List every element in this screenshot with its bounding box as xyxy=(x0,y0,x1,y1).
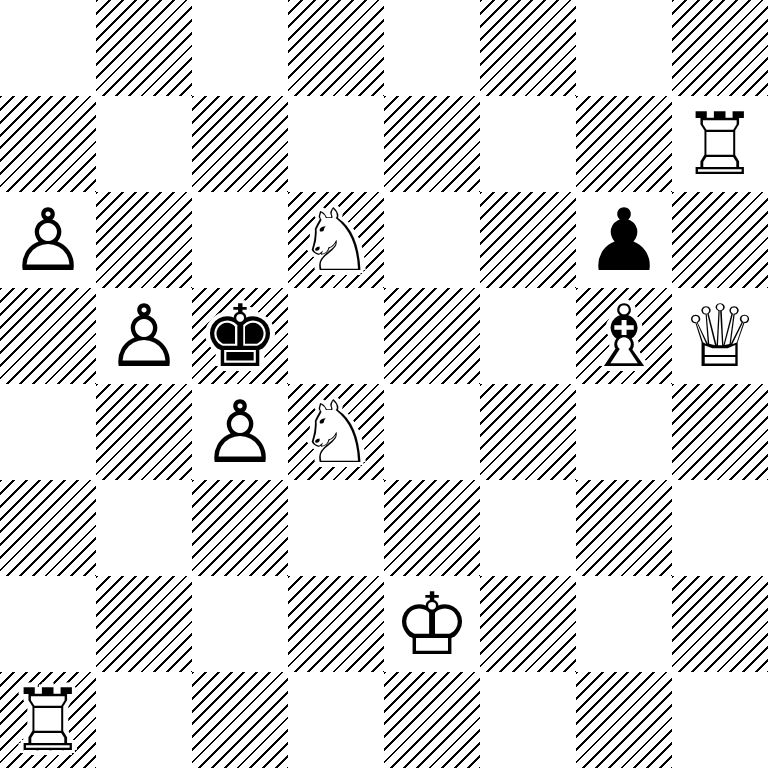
square-e1[interactable] xyxy=(384,672,480,768)
black-king[interactable]: ♚♚ xyxy=(192,288,288,384)
white-pawn-glyph: ♙ xyxy=(9,192,86,288)
chess-board-diagram: ♜♖♟♙♞♘♟♟♟♙♚♚♝♗♛♕♟♙♞♘♚♔♜♖ xyxy=(0,0,768,768)
square-b6[interactable] xyxy=(96,192,192,288)
square-c2[interactable] xyxy=(192,576,288,672)
square-g7[interactable] xyxy=(576,96,672,192)
square-h3[interactable] xyxy=(672,480,768,576)
square-a4[interactable] xyxy=(0,384,96,480)
square-c4[interactable]: ♟♙ xyxy=(192,384,288,480)
square-d4[interactable]: ♞♘ xyxy=(288,384,384,480)
white-pawn-glyph: ♙ xyxy=(105,288,182,384)
white-pawn[interactable]: ♟♙ xyxy=(192,384,288,480)
square-f4[interactable] xyxy=(480,384,576,480)
white-rook[interactable]: ♜♖ xyxy=(0,672,96,768)
square-g4[interactable] xyxy=(576,384,672,480)
square-c7[interactable] xyxy=(192,96,288,192)
white-knight-glyph: ♘ xyxy=(297,192,374,288)
square-b2[interactable] xyxy=(96,576,192,672)
square-a5[interactable] xyxy=(0,288,96,384)
white-knight[interactable]: ♞♘ xyxy=(288,192,384,288)
square-f3[interactable] xyxy=(480,480,576,576)
square-d3[interactable] xyxy=(288,480,384,576)
square-c8[interactable] xyxy=(192,0,288,96)
square-g2[interactable] xyxy=(576,576,672,672)
square-b1[interactable] xyxy=(96,672,192,768)
square-a7[interactable] xyxy=(0,96,96,192)
square-f5[interactable] xyxy=(480,288,576,384)
square-e8[interactable] xyxy=(384,0,480,96)
white-pawn[interactable]: ♟♙ xyxy=(0,192,96,288)
square-a2[interactable] xyxy=(0,576,96,672)
square-f2[interactable] xyxy=(480,576,576,672)
white-king[interactable]: ♚♔ xyxy=(384,576,480,672)
square-a1[interactable]: ♜♖ xyxy=(0,672,96,768)
square-g1[interactable] xyxy=(576,672,672,768)
square-g3[interactable] xyxy=(576,480,672,576)
square-g5[interactable]: ♝♗ xyxy=(576,288,672,384)
square-a3[interactable] xyxy=(0,480,96,576)
square-h1[interactable] xyxy=(672,672,768,768)
square-h8[interactable] xyxy=(672,0,768,96)
square-a6[interactable]: ♟♙ xyxy=(0,192,96,288)
square-h2[interactable] xyxy=(672,576,768,672)
white-rook[interactable]: ♜♖ xyxy=(672,96,768,192)
square-e7[interactable] xyxy=(384,96,480,192)
white-queen[interactable]: ♛♕ xyxy=(672,288,768,384)
square-d6[interactable]: ♞♘ xyxy=(288,192,384,288)
square-f8[interactable] xyxy=(480,0,576,96)
square-b5[interactable]: ♟♙ xyxy=(96,288,192,384)
white-rook-glyph: ♖ xyxy=(681,96,758,192)
square-h6[interactable] xyxy=(672,192,768,288)
square-d2[interactable] xyxy=(288,576,384,672)
square-b7[interactable] xyxy=(96,96,192,192)
square-h4[interactable] xyxy=(672,384,768,480)
square-e5[interactable] xyxy=(384,288,480,384)
square-e3[interactable] xyxy=(384,480,480,576)
white-bishop-glyph: ♗ xyxy=(585,288,662,384)
white-knight[interactable]: ♞♘ xyxy=(288,384,384,480)
square-g8[interactable] xyxy=(576,0,672,96)
square-e4[interactable] xyxy=(384,384,480,480)
square-d1[interactable] xyxy=(288,672,384,768)
square-h5[interactable]: ♛♕ xyxy=(672,288,768,384)
square-d5[interactable] xyxy=(288,288,384,384)
black-pawn[interactable]: ♟♟ xyxy=(576,192,672,288)
square-b3[interactable] xyxy=(96,480,192,576)
square-a8[interactable] xyxy=(0,0,96,96)
square-g6[interactable]: ♟♟ xyxy=(576,192,672,288)
chess-board: ♜♖♟♙♞♘♟♟♟♙♚♚♝♗♛♕♟♙♞♘♚♔♜♖ xyxy=(0,0,768,768)
white-queen-glyph: ♕ xyxy=(681,288,758,384)
white-pawn[interactable]: ♟♙ xyxy=(96,288,192,384)
square-f1[interactable] xyxy=(480,672,576,768)
square-h7[interactable]: ♜♖ xyxy=(672,96,768,192)
white-rook-glyph: ♖ xyxy=(9,672,86,768)
white-bishop[interactable]: ♝♗ xyxy=(576,288,672,384)
black-king-glyph: ♚ xyxy=(201,288,278,384)
square-b8[interactable] xyxy=(96,0,192,96)
square-c3[interactable] xyxy=(192,480,288,576)
white-king-glyph: ♔ xyxy=(393,576,470,672)
white-knight-glyph: ♘ xyxy=(297,384,374,480)
square-b4[interactable] xyxy=(96,384,192,480)
square-c6[interactable] xyxy=(192,192,288,288)
white-pawn-glyph: ♙ xyxy=(201,384,278,480)
square-d8[interactable] xyxy=(288,0,384,96)
square-f6[interactable] xyxy=(480,192,576,288)
square-d7[interactable] xyxy=(288,96,384,192)
square-c1[interactable] xyxy=(192,672,288,768)
square-e2[interactable]: ♚♔ xyxy=(384,576,480,672)
square-f7[interactable] xyxy=(480,96,576,192)
square-c5[interactable]: ♚♚ xyxy=(192,288,288,384)
square-e6[interactable] xyxy=(384,192,480,288)
black-pawn-glyph: ♟ xyxy=(585,192,662,288)
